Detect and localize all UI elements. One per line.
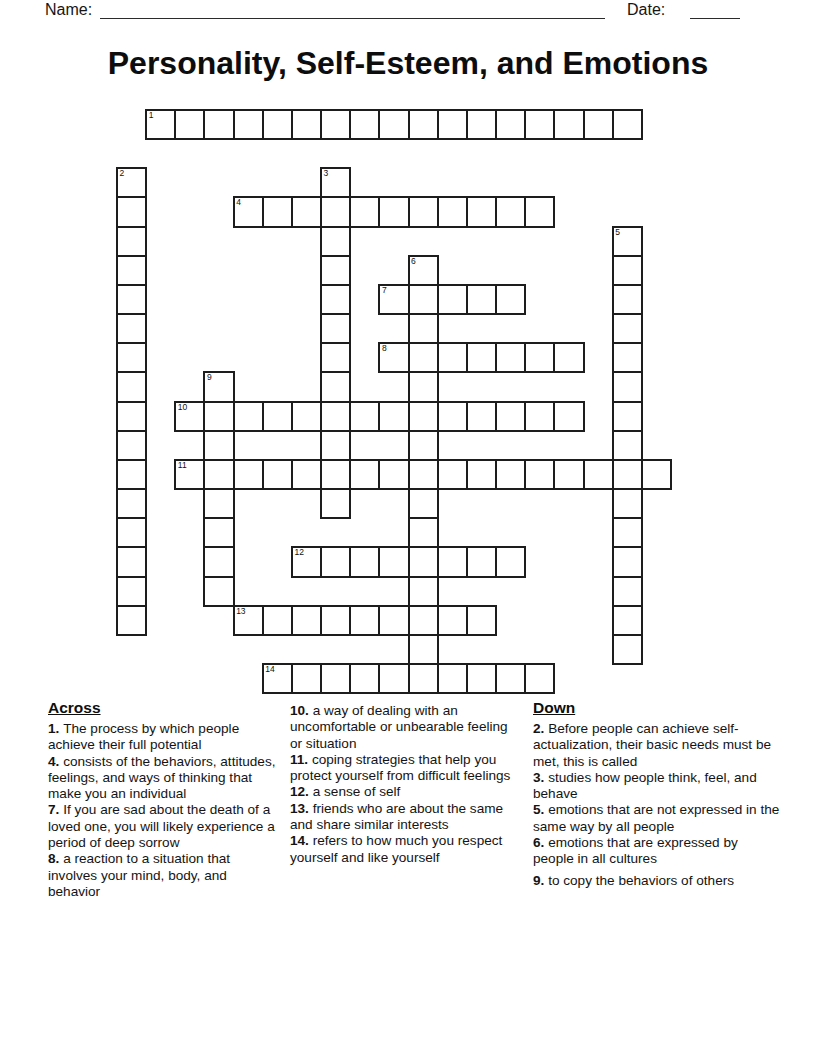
- grid-cell[interactable]: [378, 459, 409, 490]
- clue-number: 2.: [533, 721, 548, 736]
- grid-cell[interactable]: 10: [174, 401, 205, 432]
- grid-cell[interactable]: [408, 313, 439, 344]
- clue-4: 4. consists of the behaviors, attitudes,…: [48, 754, 280, 803]
- grid-cell[interactable]: [612, 401, 643, 432]
- grid-cell[interactable]: [116, 371, 147, 402]
- grid-cell[interactable]: [233, 401, 264, 432]
- grid-cell[interactable]: [437, 284, 468, 315]
- grid-cell[interactable]: [495, 342, 526, 373]
- cell-number: 9: [207, 373, 212, 383]
- grid-cell[interactable]: [524, 459, 555, 490]
- grid-cell[interactable]: [320, 196, 351, 227]
- grid-cell[interactable]: [437, 109, 468, 140]
- grid-cell[interactable]: [495, 284, 526, 315]
- clue-6: 6. emotions that are expressed by people…: [533, 835, 780, 868]
- grid-cell[interactable]: [233, 109, 264, 140]
- grid-cell[interactable]: [466, 663, 497, 694]
- grid-cell[interactable]: 4: [233, 196, 264, 227]
- grid-cell[interactable]: [437, 401, 468, 432]
- grid-cell[interactable]: 9: [203, 371, 234, 402]
- clue-number: 12.: [290, 784, 313, 799]
- grid-cell[interactable]: [553, 401, 584, 432]
- clue-8: 8. a reaction to a situation that involv…: [48, 851, 280, 900]
- grid-cell[interactable]: [203, 546, 234, 577]
- cell-number: 13: [236, 607, 245, 617]
- grid-cell[interactable]: [320, 459, 351, 490]
- grid-cell[interactable]: [291, 109, 322, 140]
- grid-cell[interactable]: [408, 196, 439, 227]
- grid-cell[interactable]: [291, 605, 322, 636]
- grid-cell[interactable]: [349, 663, 380, 694]
- date-label: Date:: [627, 1, 665, 19]
- across-clues-column-2: 10. a way of dealing with an uncomfortab…: [290, 698, 523, 866]
- clue-number: 14.: [290, 833, 313, 848]
- grid-cell[interactable]: [408, 342, 439, 373]
- grid-cell[interactable]: 7: [378, 284, 409, 315]
- grid-cell[interactable]: [262, 401, 293, 432]
- grid-cell[interactable]: [466, 196, 497, 227]
- grid-cell[interactable]: [320, 226, 351, 257]
- cell-number: 10: [178, 403, 187, 413]
- grid-cell[interactable]: [116, 459, 147, 490]
- clue-number: 11.: [290, 752, 312, 767]
- grid-cell[interactable]: [408, 634, 439, 665]
- grid-cell[interactable]: [116, 313, 147, 344]
- grid-cell[interactable]: [116, 401, 147, 432]
- cell-number: 2: [120, 169, 125, 179]
- across-clue-list-continued: 10. a way of dealing with an uncomfortab…: [290, 703, 523, 866]
- grid-cell[interactable]: [466, 401, 497, 432]
- grid-cell[interactable]: [553, 459, 584, 490]
- name-blank-line[interactable]: [100, 0, 605, 19]
- grid-cell[interactable]: [203, 488, 234, 519]
- grid-cell[interactable]: [437, 546, 468, 577]
- clue-3: 3. studies how people think, feel, and b…: [533, 770, 780, 803]
- grid-cell[interactable]: [612, 488, 643, 519]
- grid-cell[interactable]: [553, 342, 584, 373]
- grid-cell[interactable]: [408, 517, 439, 548]
- grid-cell[interactable]: [116, 284, 147, 315]
- grid-cell[interactable]: [320, 284, 351, 315]
- cell-number: 5: [615, 228, 620, 238]
- grid-cell[interactable]: [349, 605, 380, 636]
- across-heading: Across: [48, 698, 280, 717]
- clue-14: 14. refers to how much you respect yours…: [290, 833, 523, 866]
- grid-cell[interactable]: [437, 605, 468, 636]
- cell-number: 1: [149, 111, 154, 121]
- grid-cell[interactable]: [262, 196, 293, 227]
- grid-cell[interactable]: [612, 576, 643, 607]
- cell-number: 6: [411, 257, 416, 267]
- grid-cell[interactable]: [291, 196, 322, 227]
- grid-cell[interactable]: [320, 546, 351, 577]
- grid-cell[interactable]: [203, 459, 234, 490]
- grid-cell[interactable]: [203, 109, 234, 140]
- grid-cell[interactable]: [612, 634, 643, 665]
- cell-number: 12: [294, 548, 303, 558]
- grid-cell[interactable]: [612, 430, 643, 461]
- grid-cell[interactable]: [320, 255, 351, 286]
- grid-cell[interactable]: [320, 313, 351, 344]
- grid-cell[interactable]: [203, 517, 234, 548]
- grid-cell[interactable]: [641, 459, 672, 490]
- grid-cell[interactable]: [495, 459, 526, 490]
- grid-cell[interactable]: [524, 109, 555, 140]
- grid-cell[interactable]: [320, 605, 351, 636]
- clue-12: 12. a sense of self: [290, 784, 523, 800]
- grid-cell[interactable]: [116, 488, 147, 519]
- grid-cell[interactable]: [408, 371, 439, 402]
- grid-cell[interactable]: [612, 109, 643, 140]
- grid-cell[interactable]: [612, 284, 643, 315]
- grid-cell[interactable]: [524, 342, 555, 373]
- clue-1: 1. The process by which people achieve t…: [48, 721, 280, 754]
- grid-cell[interactable]: [291, 663, 322, 694]
- down-heading: Down: [533, 698, 780, 717]
- grid-cell[interactable]: [349, 459, 380, 490]
- clue-13: 13. friends who are about the same and s…: [290, 801, 523, 834]
- grid-cell[interactable]: [408, 576, 439, 607]
- grid-cell[interactable]: [612, 517, 643, 548]
- cell-number: 14: [265, 665, 274, 675]
- grid-cell[interactable]: 14: [262, 663, 293, 694]
- grid-cell[interactable]: [203, 430, 234, 461]
- grid-cell[interactable]: [378, 196, 409, 227]
- clue-9: 9. to copy the behaviors of others: [533, 873, 780, 889]
- grid-cell[interactable]: 1: [145, 109, 176, 140]
- grid-cell[interactable]: 13: [233, 605, 264, 636]
- grid-cell[interactable]: [262, 109, 293, 140]
- clue-number: 8.: [48, 851, 63, 866]
- grid-cell[interactable]: [524, 196, 555, 227]
- grid-cell[interactable]: [408, 284, 439, 315]
- cell-number: 7: [382, 286, 387, 296]
- clue-10: 10. a way of dealing with an uncomfortab…: [290, 703, 523, 752]
- grid-cell[interactable]: [203, 401, 234, 432]
- grid-cell[interactable]: [349, 109, 380, 140]
- grid-cell[interactable]: [437, 196, 468, 227]
- grid-cell[interactable]: [233, 459, 264, 490]
- clue-number: 5.: [533, 802, 548, 817]
- grid-cell[interactable]: 8: [378, 342, 409, 373]
- grid-cell[interactable]: [466, 459, 497, 490]
- grid-cell[interactable]: [524, 401, 555, 432]
- grid-cell[interactable]: [262, 459, 293, 490]
- date-blank-line[interactable]: [690, 0, 740, 19]
- grid-cell[interactable]: 11: [174, 459, 205, 490]
- grid-cell[interactable]: [408, 459, 439, 490]
- grid-cell[interactable]: [612, 313, 643, 344]
- grid-cell[interactable]: [320, 342, 351, 373]
- clue-11: 11. coping strategies that help you prot…: [290, 752, 523, 785]
- grid-cell[interactable]: [291, 401, 322, 432]
- grid-cell[interactable]: [408, 488, 439, 519]
- grid-cell[interactable]: [408, 663, 439, 694]
- grid-cell[interactable]: [553, 109, 584, 140]
- grid-cell[interactable]: [116, 430, 147, 461]
- grid-cell[interactable]: [437, 459, 468, 490]
- grid-cell[interactable]: [612, 605, 643, 636]
- grid-cell[interactable]: [612, 546, 643, 577]
- grid-cell[interactable]: 6: [408, 255, 439, 286]
- grid-cell[interactable]: [116, 342, 147, 373]
- grid-cell[interactable]: [466, 109, 497, 140]
- grid-cell[interactable]: [583, 459, 614, 490]
- grid-cell[interactable]: [378, 401, 409, 432]
- grid-cell[interactable]: [495, 663, 526, 694]
- grid-cell[interactable]: [437, 663, 468, 694]
- grid-cell[interactable]: [320, 109, 351, 140]
- cell-number: 4: [236, 198, 241, 208]
- grid-cell[interactable]: [291, 459, 322, 490]
- clue-2: 2. Before people can achieve self-actual…: [533, 721, 780, 770]
- grid-cell[interactable]: [116, 196, 147, 227]
- grid-cell[interactable]: [116, 255, 147, 286]
- clue-number: 9.: [533, 873, 548, 888]
- puzzle-title: Personality, Self-Esteem, and Emotions: [0, 45, 816, 82]
- grid-cell[interactable]: [116, 517, 147, 548]
- grid-cell[interactable]: [495, 109, 526, 140]
- grid-cell[interactable]: [203, 576, 234, 607]
- grid-cell[interactable]: [320, 488, 351, 519]
- grid-cell[interactable]: [320, 663, 351, 694]
- grid-cell[interactable]: [495, 401, 526, 432]
- grid-cell[interactable]: [320, 430, 351, 461]
- grid-cell[interactable]: [408, 401, 439, 432]
- grid-cell[interactable]: 12: [291, 546, 322, 577]
- grid-cell[interactable]: [378, 663, 409, 694]
- grid-cell[interactable]: [116, 576, 147, 607]
- grid-cell[interactable]: [262, 605, 293, 636]
- grid-cell[interactable]: [612, 342, 643, 373]
- grid-cell[interactable]: [408, 430, 439, 461]
- grid-cell[interactable]: [320, 371, 351, 402]
- grid-cell[interactable]: [116, 605, 147, 636]
- grid-cell[interactable]: [437, 342, 468, 373]
- grid-cell[interactable]: [612, 371, 643, 402]
- grid-cell[interactable]: [116, 546, 147, 577]
- grid-cell[interactable]: [408, 546, 439, 577]
- grid-cell[interactable]: [320, 401, 351, 432]
- crossword-grid: 1234567891011121314: [116, 109, 672, 694]
- grid-cell[interactable]: 5: [612, 226, 643, 257]
- clue-number: 4.: [48, 754, 63, 769]
- grid-cell[interactable]: [408, 109, 439, 140]
- down-clues-column: Down 2. Before people can achieve self-a…: [533, 698, 780, 889]
- grid-cell[interactable]: [466, 284, 497, 315]
- grid-cell[interactable]: [495, 546, 526, 577]
- clue-7: 7. If you are sad about the death of a l…: [48, 802, 280, 851]
- clue-number: 1.: [48, 721, 63, 736]
- grid-cell[interactable]: [583, 109, 614, 140]
- grid-cell[interactable]: [408, 605, 439, 636]
- grid-cell[interactable]: [349, 546, 380, 577]
- clue-number: 6.: [533, 835, 548, 850]
- grid-cell[interactable]: [349, 196, 380, 227]
- grid-cell[interactable]: [349, 401, 380, 432]
- cell-number: 3: [324, 169, 329, 179]
- grid-cell[interactable]: [378, 605, 409, 636]
- across-clues-column: Across 1. The process by which people ac…: [48, 698, 280, 900]
- grid-cell[interactable]: 3: [320, 167, 351, 198]
- grid-cell[interactable]: [612, 255, 643, 286]
- grid-cell[interactable]: 2: [116, 167, 147, 198]
- grid-cell[interactable]: [466, 605, 497, 636]
- grid-cell[interactable]: [174, 109, 205, 140]
- grid-cell[interactable]: [378, 109, 409, 140]
- clue-number: 7.: [48, 802, 63, 817]
- grid-cell[interactable]: [116, 226, 147, 257]
- grid-cell[interactable]: [466, 342, 497, 373]
- cell-number: 11: [178, 461, 187, 471]
- grid-cell[interactable]: [466, 546, 497, 577]
- clue-5: 5. emotions that are not expressed in th…: [533, 802, 780, 835]
- down-clue-list: 2. Before people can achieve self-actual…: [533, 721, 780, 889]
- grid-cell[interactable]: [495, 196, 526, 227]
- name-label: Name:: [45, 1, 92, 19]
- across-clue-list: 1. The process by which people achieve t…: [48, 721, 280, 900]
- grid-cell[interactable]: [612, 459, 643, 490]
- grid-cell[interactable]: [524, 663, 555, 694]
- clue-number: 10.: [290, 703, 313, 718]
- clue-number: 13.: [290, 801, 313, 816]
- cell-number: 8: [382, 344, 387, 354]
- clue-number: 3.: [533, 770, 548, 785]
- grid-cell[interactable]: [378, 546, 409, 577]
